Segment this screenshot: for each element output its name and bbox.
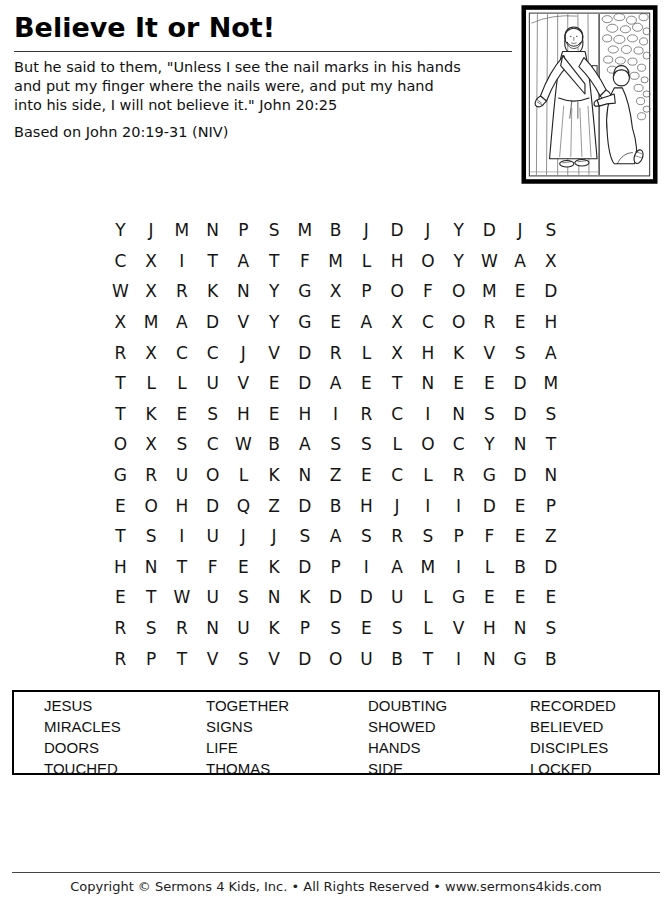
based-on-text: Based on John 20:19-31 (NIV) [14,124,228,140]
grid-cell[interactable]: I [443,552,474,583]
grid-cell[interactable]: G [290,307,321,338]
grid-cell[interactable]: D [290,337,321,368]
grid-cell[interactable]: D [351,582,382,613]
grid-cell[interactable]: V [443,613,474,644]
grid-cell[interactable]: J [259,521,290,552]
grid-cell[interactable]: U [382,582,413,613]
word-list-column: RECORDEDBELIEVEDDISCIPLESLOCKED [530,695,672,779]
grid-cell[interactable]: X [320,276,351,307]
grid-cell[interactable]: E [351,368,382,399]
word-search-grid: YJMNPSMBJDJYDJSCXITATFMLHOYWAXWXRKNYGXPO… [105,215,566,674]
grid-cell[interactable]: P [536,490,567,521]
grid-cell[interactable]: B [320,215,351,246]
grid-cell[interactable]: F [413,276,444,307]
grid-cell[interactable]: T [413,643,444,674]
grid-cell[interactable]: A [536,337,567,368]
grid-cell[interactable]: R [136,460,167,491]
grid-cell[interactable]: K [443,337,474,368]
grid-cell[interactable]: K [259,613,290,644]
grid-cell[interactable]: S [228,582,259,613]
grid-cell[interactable]: A [351,307,382,338]
grid-cell[interactable]: I [413,399,444,430]
grid-cell[interactable]: A [320,521,351,552]
grid-cell[interactable]: Y [443,246,474,277]
word-list-item: RECORDED [530,695,672,716]
grid-cell[interactable]: I [351,552,382,583]
grid-cell[interactable]: O [413,246,444,277]
grid-cell[interactable]: S [136,613,167,644]
grid-cell[interactable]: R [320,337,351,368]
grid-cell[interactable]: W [167,582,198,613]
grid-cell[interactable]: D [290,490,321,521]
word-list-item: DISCIPLES [530,737,672,758]
word-list-item: DOUBTING [368,695,530,716]
grid-cell[interactable]: D [290,368,321,399]
grid-cell[interactable]: H [474,613,505,644]
grid-cell[interactable]: Y [443,215,474,246]
grid-cell[interactable]: D [536,552,567,583]
grid-cell[interactable]: O [443,276,474,307]
grid-cell[interactable]: S [320,613,351,644]
grid-cell[interactable]: D [290,552,321,583]
word-list-item: DOORS [44,737,206,758]
grid-cell[interactable]: R [351,399,382,430]
grid-cell[interactable]: W [228,429,259,460]
grid-cell[interactable]: Y [474,429,505,460]
grid-cell[interactable]: N [536,460,567,491]
grid-cell[interactable]: P [136,643,167,674]
grid-cell[interactable]: J [413,215,444,246]
grid-cell[interactable]: K [259,460,290,491]
grid-cell[interactable]: X [382,337,413,368]
grid-cell[interactable]: S [167,429,198,460]
grid-cell[interactable]: J [136,215,167,246]
grid-cell[interactable]: G [290,276,321,307]
grid-cell[interactable]: K [290,582,321,613]
grid-cell[interactable]: L [413,613,444,644]
grid-cell[interactable]: R [167,276,198,307]
grid-cell[interactable]: N [290,460,321,491]
grid-cell[interactable]: T [197,246,228,277]
grid-cell[interactable]: E [536,582,567,613]
grid-cell[interactable]: T [105,399,136,430]
grid-cell[interactable]: B [505,552,536,583]
grid-cell[interactable]: H [382,246,413,277]
grid-cell[interactable]: E [474,582,505,613]
grid-cell[interactable]: L [382,429,413,460]
grid-cell[interactable]: E [351,613,382,644]
grid-cell[interactable]: I [320,399,351,430]
grid-cell[interactable]: E [505,521,536,552]
grid-cell[interactable]: H [536,307,567,338]
grid-cell[interactable]: E [259,368,290,399]
grid-cell[interactable]: S [536,215,567,246]
grid-cell[interactable]: M [536,368,567,399]
word-list-item: BELIEVED [530,716,672,737]
grid-cell[interactable]: L [228,460,259,491]
grid-cell[interactable]: B [320,490,351,521]
grid-cell[interactable]: A [382,552,413,583]
word-list-column: DOUBTINGSHOWEDHANDSSIDE [368,695,530,779]
grid-cell[interactable]: T [105,521,136,552]
grid-cell[interactable]: X [382,307,413,338]
grid-cell[interactable]: Y [259,276,290,307]
grid-cell[interactable]: P [228,215,259,246]
grid-cell[interactable]: X [136,337,167,368]
grid-cell[interactable]: N [197,613,228,644]
grid-cell[interactable]: S [351,521,382,552]
grid-cell[interactable]: L [351,246,382,277]
verse-line-1: But he said to them, "Unless I see the n… [14,58,461,77]
grid-cell[interactable]: N [197,215,228,246]
grid-cell[interactable]: U [351,643,382,674]
grid-cell[interactable]: D [197,490,228,521]
grid-cell[interactable]: L [351,337,382,368]
grid-cell[interactable]: E [167,399,198,430]
grid-cell[interactable]: D [505,460,536,491]
grid-cell[interactable]: U [197,582,228,613]
word-list-item: TOUCHED [44,758,206,779]
grid-cell[interactable]: Z [536,521,567,552]
grid-cell[interactable]: E [505,582,536,613]
grid-cell[interactable]: J [351,215,382,246]
grid-cell[interactable]: G [474,460,505,491]
grid-cell[interactable]: V [259,643,290,674]
grid-cell[interactable]: C [443,429,474,460]
grid-cell[interactable]: L [167,368,198,399]
grid-cell[interactable]: I [167,246,198,277]
grid-cell[interactable]: T [259,246,290,277]
grid-cell[interactable]: H [105,552,136,583]
grid-cell[interactable]: J [382,490,413,521]
grid-cell[interactable]: R [105,643,136,674]
grid-cell[interactable]: T [167,643,198,674]
grid-cell[interactable]: L [474,552,505,583]
grid-cell[interactable]: A [505,246,536,277]
grid-cell[interactable]: T [105,368,136,399]
grid-cell[interactable]: G [443,582,474,613]
grid-cell[interactable]: T [536,429,567,460]
grid-cell[interactable]: C [413,307,444,338]
grid-cell[interactable]: N [259,582,290,613]
grid-cell[interactable]: O [197,460,228,491]
grid-cell[interactable]: A [228,246,259,277]
grid-cell[interactable]: E [505,307,536,338]
grid-cell[interactable]: S [382,613,413,644]
grid-cell[interactable]: N [136,552,167,583]
grid-cell[interactable]: S [505,337,536,368]
grid-cell[interactable]: U [167,460,198,491]
grid-cell[interactable]: X [136,276,167,307]
grid-cell[interactable]: X [536,246,567,277]
grid-cell[interactable]: V [228,307,259,338]
grid-cell[interactable]: B [536,643,567,674]
grid-cell[interactable]: D [290,643,321,674]
grid-cell[interactable]: O [382,276,413,307]
grid-cell[interactable]: E [505,490,536,521]
grid-cell[interactable]: G [505,643,536,674]
grid-cell[interactable]: Z [320,460,351,491]
grid-cell[interactable]: S [536,399,567,430]
grid-cell[interactable]: D [474,215,505,246]
grid-cell[interactable]: F [474,521,505,552]
grid-cell[interactable]: E [320,307,351,338]
grid-cell[interactable]: W [474,246,505,277]
grid-cell[interactable]: E [105,582,136,613]
grid-cell[interactable]: R [443,460,474,491]
grid-cell[interactable]: C [197,429,228,460]
page-title: Believe It or Not! [14,12,275,43]
grid-cell[interactable]: D [474,490,505,521]
grid-cell[interactable]: L [413,582,444,613]
grid-cell[interactable]: T [136,582,167,613]
grid-cell[interactable]: R [167,613,198,644]
word-list-item: SIGNS [206,716,368,737]
verse-line-2: and put my finger where the nails were, … [14,77,461,96]
grid-cell[interactable]: S [259,215,290,246]
grid-cell[interactable]: Y [259,307,290,338]
grid-cell[interactable]: C [197,337,228,368]
grid-cell[interactable]: X [105,307,136,338]
grid-cell[interactable]: H [167,490,198,521]
grid-cell[interactable]: E [505,276,536,307]
grid-cell[interactable]: I [443,490,474,521]
grid-cell[interactable]: C [105,246,136,277]
grid-cell[interactable]: T [382,368,413,399]
grid-cell[interactable]: H [228,399,259,430]
grid-cell[interactable]: M [413,552,444,583]
grid-cell[interactable]: E [474,368,505,399]
grid-cell[interactable]: P [290,613,321,644]
grid-cell[interactable]: I [413,490,444,521]
grid-cell[interactable]: P [443,521,474,552]
grid-cell[interactable]: J [505,215,536,246]
verse-line-3: into his side, I will not believe it." J… [14,96,461,115]
grid-cell[interactable]: E [105,490,136,521]
grid-cell[interactable]: T [167,552,198,583]
grid-cell[interactable]: J [228,337,259,368]
grid-cell[interactable]: M [136,307,167,338]
grid-cell[interactable]: S [413,521,444,552]
grid-cell[interactable]: B [382,643,413,674]
grid-cell[interactable]: N [443,399,474,430]
grid-cell[interactable]: C [382,399,413,430]
word-list-box: JESUSMIRACLESDOORSTOUCHEDTOGETHERSIGNSLI… [12,690,660,775]
word-list-item: LIFE [206,737,368,758]
grid-cell[interactable]: A [290,429,321,460]
grid-cell[interactable]: S [136,521,167,552]
grid-cell[interactable]: I [443,643,474,674]
grid-cell[interactable]: O [443,307,474,338]
footer-divider [12,872,660,873]
grid-cell[interactable]: S [290,521,321,552]
grid-cell[interactable]: R [382,521,413,552]
grid-cell[interactable]: M [320,246,351,277]
grid-cell[interactable]: R [105,337,136,368]
grid-cell[interactable]: S [197,399,228,430]
grid-cell[interactable]: K [136,399,167,430]
grid-cell[interactable]: R [474,307,505,338]
grid-cell[interactable]: D [505,368,536,399]
grid-cell[interactable]: H [351,490,382,521]
grid-cell[interactable]: A [167,307,198,338]
word-list-item: LOCKED [530,758,672,779]
grid-cell[interactable]: I [167,521,198,552]
grid-cell[interactable]: F [197,552,228,583]
grid-cell[interactable]: S [351,429,382,460]
grid-cell[interactable]: U [197,368,228,399]
grid-cell[interactable]: Z [259,490,290,521]
word-list-item: TOGETHER [206,695,368,716]
grid-cell[interactable]: F [290,246,321,277]
grid-cell[interactable]: N [505,429,536,460]
grid-cell[interactable]: V [197,643,228,674]
grid-cell[interactable]: X [136,246,167,277]
word-list-item: HANDS [368,737,530,758]
grid-cell[interactable]: G [105,460,136,491]
grid-cell[interactable]: N [413,368,444,399]
copyright-text: Copyright © Sermons 4 Kids, Inc. • All R… [0,879,672,894]
grid-cell[interactable]: P [351,276,382,307]
grid-cell[interactable]: L [136,368,167,399]
grid-cell[interactable]: V [228,368,259,399]
grid-cell[interactable]: N [505,613,536,644]
grid-cell[interactable]: S [474,399,505,430]
grid-cell[interactable]: E [443,368,474,399]
word-list-column: JESUSMIRACLESDOORSTOUCHED [44,695,206,779]
grid-cell[interactable]: X [136,429,167,460]
grid-cell[interactable]: D [320,582,351,613]
grid-cell[interactable]: N [228,276,259,307]
word-list-item: JESUS [44,695,206,716]
grid-cell[interactable]: A [320,368,351,399]
grid-cell[interactable]: Q [228,490,259,521]
word-list-item: SIDE [368,758,530,779]
grid-cell[interactable]: R [105,613,136,644]
grid-cell[interactable]: S [320,429,351,460]
grid-cell[interactable]: O [320,643,351,674]
grid-cell[interactable]: N [474,643,505,674]
grid-cell[interactable]: M [167,215,198,246]
grid-cell[interactable]: D [505,399,536,430]
line-drawing-svg [521,5,658,184]
grid-cell[interactable]: O [105,429,136,460]
word-list-column: TOGETHERSIGNSLIFETHOMAS [206,695,368,779]
title-divider [14,51,512,52]
grid-cell[interactable]: P [320,552,351,583]
grid-cell[interactable]: K [197,276,228,307]
word-list-item: MIRACLES [44,716,206,737]
worksheet-page: Believe It or Not! But he said to them, … [0,0,672,905]
grid-cell[interactable]: E [259,399,290,430]
grid-cell[interactable]: W [105,276,136,307]
grid-cell[interactable]: S [228,643,259,674]
verse-text: But he said to them, "Unless I see the n… [14,58,461,115]
grid-cell[interactable]: M [290,215,321,246]
grid-cell[interactable]: O [136,490,167,521]
word-list-item: SHOWED [368,716,530,737]
grid-cell[interactable]: J [228,521,259,552]
grid-cell[interactable]: V [474,337,505,368]
grid-cell[interactable]: U [228,613,259,644]
grid-cell[interactable]: H [290,399,321,430]
jesus-thomas-illustration [521,5,658,184]
grid-cell[interactable]: Y [105,215,136,246]
grid-cell[interactable]: E [351,460,382,491]
grid-cell[interactable]: K [259,552,290,583]
grid-cell[interactable]: E [228,552,259,583]
grid-cell[interactable]: O [413,429,444,460]
grid-cell[interactable]: D [382,215,413,246]
grid-cell[interactable]: C [382,460,413,491]
grid-cell[interactable]: C [167,337,198,368]
grid-cell[interactable]: D [536,276,567,307]
grid-cell[interactable]: B [259,429,290,460]
grid-cell[interactable]: H [413,337,444,368]
grid-cell[interactable]: V [259,337,290,368]
word-list-item: THOMAS [206,758,368,779]
grid-cell[interactable]: S [536,613,567,644]
grid-cell[interactable]: U [197,521,228,552]
grid-cell[interactable]: M [474,276,505,307]
grid-cell[interactable]: D [197,307,228,338]
grid-cell[interactable]: L [413,460,444,491]
